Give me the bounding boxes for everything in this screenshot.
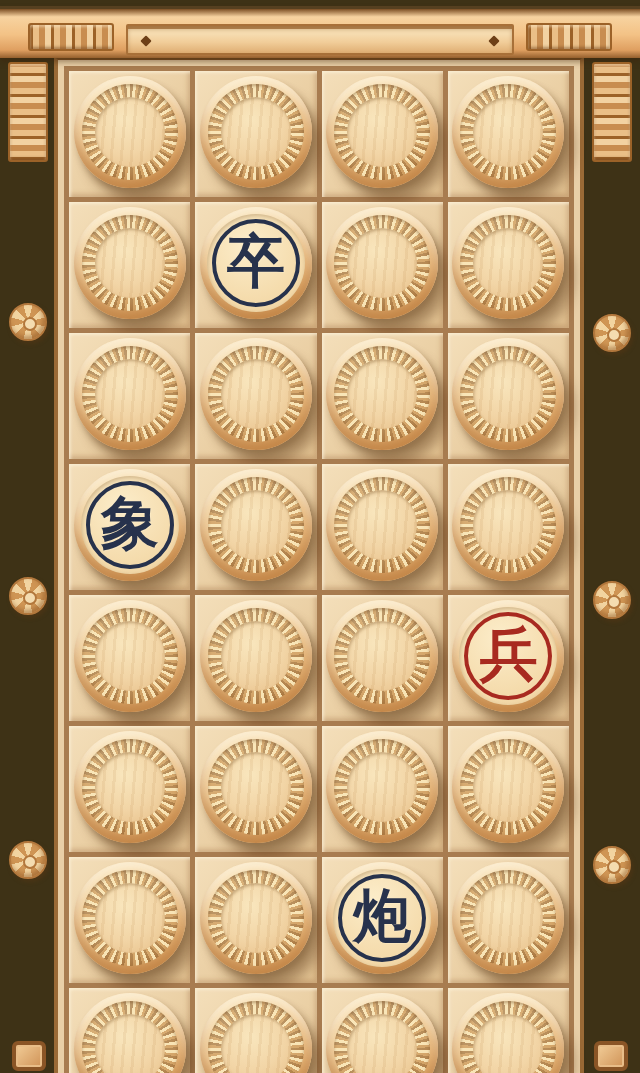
piece-facedown[interactable] bbox=[326, 731, 438, 843]
piece-facedown[interactable] bbox=[452, 469, 564, 581]
piece-facedown[interactable] bbox=[200, 993, 312, 1073]
board-cell-r3c2[interactable] bbox=[195, 333, 316, 459]
board-cell-r2c3[interactable] bbox=[322, 202, 443, 328]
piece-glyph: 象 bbox=[81, 476, 179, 574]
board-grid: 卒象兵炮 bbox=[64, 66, 574, 1073]
frame-corner-box-icon bbox=[594, 1041, 628, 1071]
meander-ornament-icon bbox=[592, 62, 632, 162]
piece-facedown[interactable] bbox=[452, 207, 564, 319]
board-cell-r5c1[interactable] bbox=[69, 595, 190, 721]
wood-core bbox=[473, 883, 543, 953]
frame-top-bar bbox=[0, 6, 640, 58]
piece-black-cannon[interactable]: 炮 bbox=[326, 862, 438, 974]
piece-facedown[interactable] bbox=[326, 338, 438, 450]
board-cell-r2c4[interactable] bbox=[448, 202, 569, 328]
board-cell-r1c1[interactable] bbox=[69, 71, 190, 197]
board-cell-r6c2[interactable] bbox=[195, 726, 316, 852]
piece-facedown[interactable] bbox=[200, 76, 312, 188]
wood-core bbox=[347, 752, 417, 822]
piece-facedown[interactable] bbox=[452, 731, 564, 843]
piece-facedown[interactable] bbox=[74, 862, 186, 974]
wood-core bbox=[221, 490, 291, 560]
piece-facedown[interactable] bbox=[326, 76, 438, 188]
flower-rosette-icon bbox=[9, 577, 47, 615]
wood-core bbox=[347, 97, 417, 167]
banqi-game-stage: 卒象兵炮 bbox=[0, 0, 640, 1073]
board-cell-r2c1[interactable] bbox=[69, 202, 190, 328]
wood-core bbox=[473, 752, 543, 822]
piece-red-soldier[interactable]: 兵 bbox=[452, 600, 564, 712]
piece-facedown[interactable] bbox=[200, 862, 312, 974]
flower-rosette-icon bbox=[593, 314, 631, 352]
board-cell-r5c4[interactable]: 兵 bbox=[448, 595, 569, 721]
board-cell-r7c3[interactable]: 炮 bbox=[322, 857, 443, 983]
meander-ornament-icon bbox=[28, 23, 114, 51]
flower-rosette-icon bbox=[593, 581, 631, 619]
board-cell-r4c3[interactable] bbox=[322, 464, 443, 590]
piece-facedown[interactable] bbox=[326, 207, 438, 319]
wood-core bbox=[95, 752, 165, 822]
board-cell-r1c2[interactable] bbox=[195, 71, 316, 197]
flower-rosette-icon bbox=[593, 846, 631, 884]
piece-facedown[interactable] bbox=[74, 76, 186, 188]
board-cell-r2c2[interactable]: 卒 bbox=[195, 202, 316, 328]
piece-face: 炮 bbox=[333, 869, 431, 967]
board-cell-r1c4[interactable] bbox=[448, 71, 569, 197]
piece-facedown[interactable] bbox=[326, 993, 438, 1073]
wood-core bbox=[347, 490, 417, 560]
piece-facedown[interactable] bbox=[326, 469, 438, 581]
board-cell-r3c4[interactable] bbox=[448, 333, 569, 459]
piece-black-soldier[interactable]: 卒 bbox=[200, 207, 312, 319]
wood-core bbox=[221, 752, 291, 822]
frame-corner-box-icon bbox=[12, 1041, 46, 1071]
piece-facedown[interactable] bbox=[74, 993, 186, 1073]
frame-left-bar bbox=[0, 40, 58, 1073]
wood-core bbox=[221, 621, 291, 691]
board-cell-r8c1[interactable] bbox=[69, 988, 190, 1073]
piece-facedown[interactable] bbox=[452, 338, 564, 450]
wood-core bbox=[473, 490, 543, 560]
board-cell-r6c1[interactable] bbox=[69, 726, 190, 852]
piece-face: 兵 bbox=[459, 607, 557, 705]
board-cell-r6c4[interactable] bbox=[448, 726, 569, 852]
flower-rosette-icon bbox=[9, 303, 47, 341]
board-cell-r3c3[interactable] bbox=[322, 333, 443, 459]
piece-facedown[interactable] bbox=[200, 338, 312, 450]
wood-core bbox=[95, 228, 165, 298]
wood-core bbox=[95, 621, 165, 691]
board-cell-r3c1[interactable] bbox=[69, 333, 190, 459]
meander-ornament-icon bbox=[526, 23, 612, 51]
piece-black-elephant[interactable]: 象 bbox=[74, 469, 186, 581]
piece-facedown[interactable] bbox=[452, 993, 564, 1073]
piece-facedown[interactable] bbox=[452, 862, 564, 974]
board-cell-r5c3[interactable] bbox=[322, 595, 443, 721]
wood-core bbox=[95, 883, 165, 953]
wood-core bbox=[221, 883, 291, 953]
piece-facedown[interactable] bbox=[74, 600, 186, 712]
piece-glyph: 炮 bbox=[333, 869, 431, 967]
board-cell-r4c4[interactable] bbox=[448, 464, 569, 590]
piece-facedown[interactable] bbox=[74, 207, 186, 319]
diamond-stud-icon bbox=[140, 35, 151, 46]
board: 卒象兵炮 bbox=[54, 56, 584, 1073]
board-cell-r8c3[interactable] bbox=[322, 988, 443, 1073]
board-cell-r7c2[interactable] bbox=[195, 857, 316, 983]
diamond-stud-icon bbox=[488, 35, 499, 46]
wood-core bbox=[347, 621, 417, 691]
wood-core bbox=[95, 1014, 165, 1073]
piece-facedown[interactable] bbox=[326, 600, 438, 712]
board-cell-r7c4[interactable] bbox=[448, 857, 569, 983]
wood-core bbox=[473, 97, 543, 167]
board-cell-r4c1[interactable]: 象 bbox=[69, 464, 190, 590]
board-cell-r8c4[interactable] bbox=[448, 988, 569, 1073]
piece-face: 卒 bbox=[207, 214, 305, 312]
wood-core bbox=[473, 228, 543, 298]
wood-core bbox=[221, 359, 291, 429]
board-cell-r4c2[interactable] bbox=[195, 464, 316, 590]
top-plaque bbox=[126, 24, 514, 55]
piece-glyph: 兵 bbox=[459, 607, 557, 705]
wood-core bbox=[95, 97, 165, 167]
board-cell-r7c1[interactable] bbox=[69, 857, 190, 983]
piece-facedown[interactable] bbox=[200, 731, 312, 843]
piece-facedown[interactable] bbox=[452, 76, 564, 188]
wood-core bbox=[347, 228, 417, 298]
board-cell-r1c3[interactable] bbox=[322, 71, 443, 197]
wood-core bbox=[95, 359, 165, 429]
board-cell-r5c2[interactable] bbox=[195, 595, 316, 721]
board-cell-r6c3[interactable] bbox=[322, 726, 443, 852]
meander-ornament-icon bbox=[8, 62, 48, 162]
wood-core bbox=[473, 359, 543, 429]
board-cell-r8c2[interactable] bbox=[195, 988, 316, 1073]
flower-rosette-icon bbox=[9, 841, 47, 879]
piece-facedown[interactable] bbox=[74, 731, 186, 843]
piece-facedown[interactable] bbox=[74, 338, 186, 450]
wood-core bbox=[221, 97, 291, 167]
piece-facedown[interactable] bbox=[200, 469, 312, 581]
piece-facedown[interactable] bbox=[200, 600, 312, 712]
wood-core bbox=[347, 359, 417, 429]
piece-face: 象 bbox=[81, 476, 179, 574]
frame-right-bar bbox=[582, 40, 640, 1073]
piece-glyph: 卒 bbox=[207, 214, 305, 312]
